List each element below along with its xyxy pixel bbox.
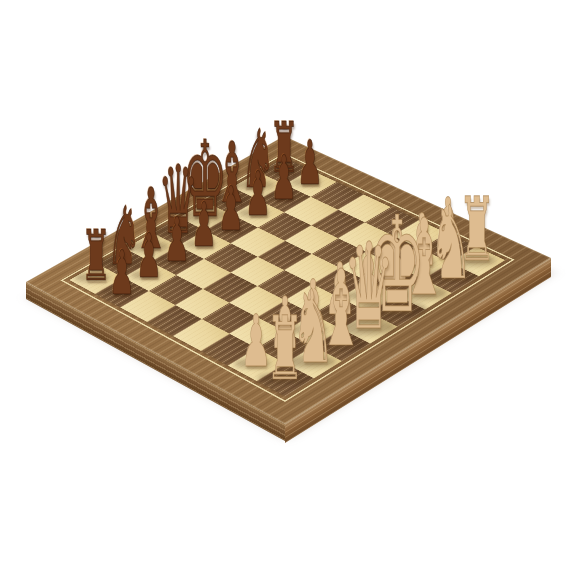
board-grid <box>69 158 505 397</box>
chess-board <box>26 136 551 424</box>
chess-photo-scene: Wooden Staunton chess set in the startin… <box>0 0 580 580</box>
